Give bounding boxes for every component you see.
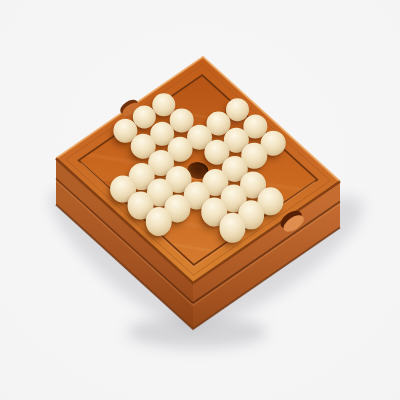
marble[interactable]: ●	[219, 213, 245, 243]
board-cell: ●	[214, 217, 251, 246]
marble-glyph: ●	[146, 207, 171, 236]
board-cell: ●	[140, 211, 177, 240]
photo-background: ●●●●●●●●●●●●●●●●●●●●●●●●●●●●●●●●	[0, 0, 400, 400]
marble[interactable]: ●	[145, 207, 171, 236]
marble-glyph: ●	[219, 213, 245, 243]
